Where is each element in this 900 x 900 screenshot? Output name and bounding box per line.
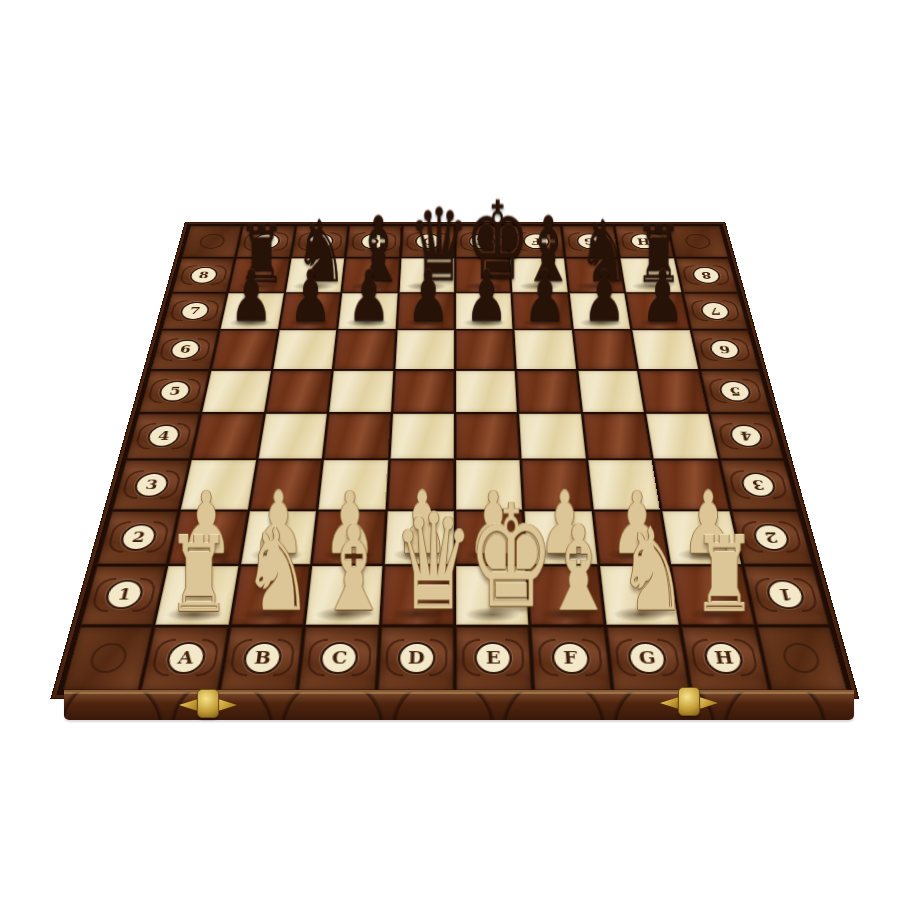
square-g7[interactable]: ♟ [570,293,631,329]
bottom-edge-cell: G [606,626,689,690]
square-g4[interactable] [583,414,652,459]
square-h5[interactable] [639,371,707,413]
square-a7[interactable]: ♟ [221,293,284,329]
left-edge-cell: 7 [162,293,227,329]
white-queen-d1[interactable]: ♛ [393,502,442,624]
square-g5[interactable] [578,371,644,413]
square-d6[interactable] [395,330,454,369]
square-h6[interactable] [632,330,697,369]
square-b5[interactable] [266,371,332,413]
chess-set-photo: ABCDEFGH8♜♞♝♛♚♝♞♜87♟♟♟♟♟♟♟♟7665544332♟♟♟… [0,0,900,900]
square-h4[interactable] [646,414,717,459]
scroll-ornament [742,379,763,403]
square-a1[interactable]: ♜ [156,566,238,624]
brass-clasp-right [660,686,718,718]
square-c7[interactable]: ♟ [338,293,397,329]
rank-label-5: 5 [717,381,753,402]
square-b4[interactable] [258,414,327,459]
black-pawn-a7[interactable]: ♟ [230,264,269,329]
square-b7[interactable]: ♟ [280,293,341,329]
right-edge-cell: 6 [691,330,759,369]
bottom-edge-cell: B [220,626,303,690]
white-king-e1[interactable]: ♚ [468,493,517,624]
square-b1[interactable]: ♞ [231,566,310,624]
white-bishop-f1[interactable]: ♝ [543,515,592,624]
bottom-edge-cell: C [299,626,379,690]
square-c5[interactable] [329,371,393,413]
square-f5[interactable] [517,371,581,413]
brass-clasp-left [179,688,237,720]
scroll-ornament [147,379,168,403]
white-rook-a1[interactable]: ♜ [168,528,217,624]
square-d5[interactable] [393,371,454,413]
right-edge-cell: 1 [743,566,829,624]
white-knight-b1[interactable]: ♞ [243,519,292,623]
right-edge-cell: 7 [683,293,748,329]
square-f4[interactable] [519,414,585,459]
square-g6[interactable] [574,330,637,369]
right-edge-cell: 5 [700,371,771,413]
bottom-edge-cell: F [531,626,611,690]
square-c6[interactable] [334,330,395,369]
square-d7[interactable]: ♟ [397,293,454,329]
bottom-edge-cell: E [456,626,532,690]
black-pawn-g7[interactable]: ♟ [583,264,622,329]
square-a6[interactable] [212,330,278,369]
right-edge-cell: 4 [710,414,784,459]
right-edge-cell: 8 [675,258,737,292]
black-pawn-f7[interactable]: ♟ [524,264,563,329]
square-f6[interactable] [515,330,576,369]
black-pawn-d7[interactable]: ♟ [406,264,445,329]
square-e5[interactable] [456,371,517,413]
square-e7[interactable]: ♟ [456,293,513,329]
black-pawn-c7[interactable]: ♟ [348,264,387,329]
frame-corner [757,626,847,690]
white-bishop-c1[interactable]: ♝ [318,515,367,624]
square-c4[interactable] [324,414,390,459]
black-pawn-b7[interactable]: ♟ [289,264,328,329]
square-h7[interactable]: ♟ [626,293,689,329]
square-b6[interactable] [273,330,336,369]
left-edge-cell: 6 [151,330,219,369]
board-grid: ABCDEFGH8♜♞♝♛♚♝♞♜87♟♟♟♟♟♟♟♟7665544332♟♟♟… [57,224,854,695]
left-edge-cell: 4 [126,414,200,459]
left-edge-cell: 8 [172,258,234,292]
bottom-edge-cell: D [377,626,453,690]
square-d4[interactable] [390,414,454,459]
clasp-knob-icon [678,687,700,716]
frame-corner [182,226,242,257]
square-d1[interactable]: ♛ [381,566,454,624]
perspective-scene: ABCDEFGH8♜♞♝♛♚♝♞♜87♟♟♟♟♟♟♟♟7665544332♟♟♟… [0,0,900,900]
square-e6[interactable] [456,330,515,369]
square-e4[interactable] [456,414,520,459]
square-a5[interactable] [203,371,271,413]
black-pawn-e7[interactable]: ♟ [465,264,504,329]
rank-label-5: 5 [157,381,193,402]
left-edge-cell: 3 [112,460,189,509]
square-c1[interactable]: ♝ [306,566,382,624]
bottom-edge-cell: H [682,626,769,690]
left-edge-cell: 1 [81,566,167,624]
bottom-edge-cell: A [141,626,228,690]
white-knight-g1[interactable]: ♞ [618,519,667,623]
chess-board: ABCDEFGH8♜♞♝♛♚♝♞♜87♟♟♟♟♟♟♟♟7665544332♟♟♟… [57,224,854,695]
square-f7[interactable]: ♟ [513,293,572,329]
square-a4[interactable] [192,414,263,459]
frame-corner [63,626,153,690]
white-rook-h1[interactable]: ♜ [693,528,742,624]
black-pawn-h7[interactable]: ♟ [641,264,680,329]
clasp-knob-icon [197,689,219,718]
left-edge-cell: 5 [139,371,210,413]
